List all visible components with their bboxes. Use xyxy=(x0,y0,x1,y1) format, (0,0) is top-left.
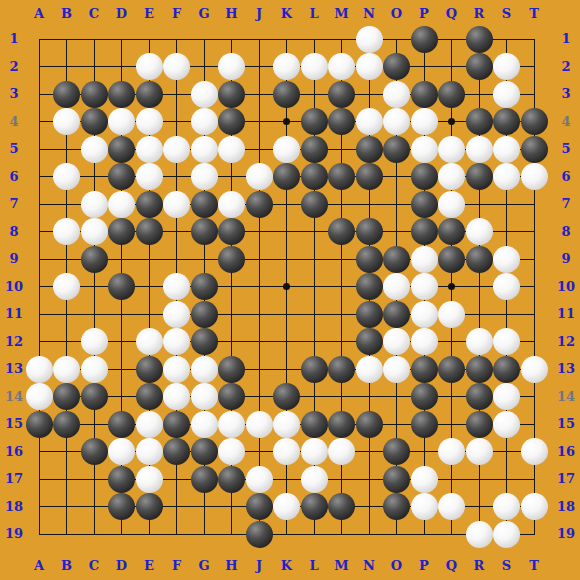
intersection-P16[interactable] xyxy=(410,438,438,466)
intersection-H14[interactable] xyxy=(218,383,246,411)
intersection-B15[interactable] xyxy=(53,410,81,438)
intersection-G11[interactable] xyxy=(190,300,218,328)
intersection-K17[interactable] xyxy=(273,465,301,493)
intersection-D13[interactable] xyxy=(108,355,136,383)
intersection-L7[interactable] xyxy=(300,190,328,218)
intersection-J13[interactable] xyxy=(245,355,273,383)
intersection-Q13[interactable] xyxy=(438,355,466,383)
intersection-C15[interactable] xyxy=(80,410,108,438)
intersection-O11[interactable] xyxy=(383,300,411,328)
intersection-L14[interactable] xyxy=(300,383,328,411)
intersection-R13[interactable] xyxy=(465,355,493,383)
intersection-J16[interactable] xyxy=(245,438,273,466)
intersection-B10[interactable] xyxy=(53,273,81,301)
intersection-H8[interactable] xyxy=(218,218,246,246)
intersection-G2[interactable] xyxy=(190,53,218,81)
intersection-T16[interactable] xyxy=(520,438,548,466)
intersection-K1[interactable] xyxy=(273,25,301,53)
intersection-D19[interactable] xyxy=(108,520,136,548)
intersection-C11[interactable] xyxy=(80,300,108,328)
intersection-C9[interactable] xyxy=(80,245,108,273)
intersection-Q14[interactable] xyxy=(438,383,466,411)
intersection-H7[interactable] xyxy=(218,190,246,218)
intersection-A9[interactable] xyxy=(25,245,53,273)
intersection-F18[interactable] xyxy=(163,493,191,521)
intersection-F9[interactable] xyxy=(163,245,191,273)
intersection-J11[interactable] xyxy=(245,300,273,328)
intersection-N14[interactable] xyxy=(355,383,383,411)
intersection-R3[interactable] xyxy=(465,80,493,108)
intersection-D4[interactable] xyxy=(108,108,136,136)
intersection-H10[interactable] xyxy=(218,273,246,301)
intersection-A18[interactable] xyxy=(25,493,53,521)
intersection-N11[interactable] xyxy=(355,300,383,328)
intersection-M18[interactable] xyxy=(328,493,356,521)
intersection-K4[interactable] xyxy=(273,108,301,136)
intersection-K18[interactable] xyxy=(273,493,301,521)
intersection-R2[interactable] xyxy=(465,53,493,81)
intersection-L17[interactable] xyxy=(300,465,328,493)
intersection-F17[interactable] xyxy=(163,465,191,493)
intersection-E7[interactable] xyxy=(135,190,163,218)
intersection-K13[interactable] xyxy=(273,355,301,383)
intersection-R19[interactable] xyxy=(465,520,493,548)
intersection-T13[interactable] xyxy=(520,355,548,383)
intersection-G14[interactable] xyxy=(190,383,218,411)
intersection-H12[interactable] xyxy=(218,328,246,356)
intersection-K14[interactable] xyxy=(273,383,301,411)
intersection-L12[interactable] xyxy=(300,328,328,356)
intersection-O17[interactable] xyxy=(383,465,411,493)
intersection-L4[interactable] xyxy=(300,108,328,136)
intersection-M16[interactable] xyxy=(328,438,356,466)
intersection-F4[interactable] xyxy=(163,108,191,136)
intersection-A11[interactable] xyxy=(25,300,53,328)
intersection-F3[interactable] xyxy=(163,80,191,108)
intersection-F19[interactable] xyxy=(163,520,191,548)
intersection-J3[interactable] xyxy=(245,80,273,108)
intersection-O10[interactable] xyxy=(383,273,411,301)
intersection-B4[interactable] xyxy=(53,108,81,136)
intersection-F14[interactable] xyxy=(163,383,191,411)
intersection-H9[interactable] xyxy=(218,245,246,273)
intersection-F7[interactable] xyxy=(163,190,191,218)
intersection-D3[interactable] xyxy=(108,80,136,108)
intersection-C10[interactable] xyxy=(80,273,108,301)
intersection-G19[interactable] xyxy=(190,520,218,548)
intersection-R18[interactable] xyxy=(465,493,493,521)
intersection-L6[interactable] xyxy=(300,163,328,191)
intersection-S18[interactable] xyxy=(493,493,521,521)
intersection-M12[interactable] xyxy=(328,328,356,356)
intersection-E15[interactable] xyxy=(135,410,163,438)
intersection-B2[interactable] xyxy=(53,53,81,81)
intersection-G1[interactable] xyxy=(190,25,218,53)
intersection-P4[interactable] xyxy=(410,108,438,136)
intersection-T10[interactable] xyxy=(520,273,548,301)
intersection-N9[interactable] xyxy=(355,245,383,273)
intersection-F15[interactable] xyxy=(163,410,191,438)
intersection-G6[interactable] xyxy=(190,163,218,191)
intersection-B19[interactable] xyxy=(53,520,81,548)
intersection-K5[interactable] xyxy=(273,135,301,163)
intersection-N12[interactable] xyxy=(355,328,383,356)
intersection-R5[interactable] xyxy=(465,135,493,163)
intersection-T14[interactable] xyxy=(520,383,548,411)
intersection-R10[interactable] xyxy=(465,273,493,301)
intersection-G7[interactable] xyxy=(190,190,218,218)
intersection-K11[interactable] xyxy=(273,300,301,328)
intersection-Q1[interactable] xyxy=(438,25,466,53)
intersection-M19[interactable] xyxy=(328,520,356,548)
intersection-K3[interactable] xyxy=(273,80,301,108)
intersection-J1[interactable] xyxy=(245,25,273,53)
intersection-C16[interactable] xyxy=(80,438,108,466)
intersection-R1[interactable] xyxy=(465,25,493,53)
intersection-H3[interactable] xyxy=(218,80,246,108)
intersection-L16[interactable] xyxy=(300,438,328,466)
intersection-O7[interactable] xyxy=(383,190,411,218)
intersection-T5[interactable] xyxy=(520,135,548,163)
intersection-D14[interactable] xyxy=(108,383,136,411)
intersection-M3[interactable] xyxy=(328,80,356,108)
intersection-B11[interactable] xyxy=(53,300,81,328)
intersection-G18[interactable] xyxy=(190,493,218,521)
intersection-R11[interactable] xyxy=(465,300,493,328)
intersection-S8[interactable] xyxy=(493,218,521,246)
intersection-C1[interactable] xyxy=(80,25,108,53)
intersection-J6[interactable] xyxy=(245,163,273,191)
intersection-D17[interactable] xyxy=(108,465,136,493)
intersection-R14[interactable] xyxy=(465,383,493,411)
intersection-Q10[interactable] xyxy=(438,273,466,301)
intersection-R8[interactable] xyxy=(465,218,493,246)
intersection-B1[interactable] xyxy=(53,25,81,53)
intersection-S3[interactable] xyxy=(493,80,521,108)
intersection-L11[interactable] xyxy=(300,300,328,328)
intersection-S9[interactable] xyxy=(493,245,521,273)
intersection-C8[interactable] xyxy=(80,218,108,246)
intersection-J7[interactable] xyxy=(245,190,273,218)
intersection-E19[interactable] xyxy=(135,520,163,548)
intersection-T18[interactable] xyxy=(520,493,548,521)
intersection-R4[interactable] xyxy=(465,108,493,136)
intersection-G12[interactable] xyxy=(190,328,218,356)
intersection-B12[interactable] xyxy=(53,328,81,356)
intersection-R17[interactable] xyxy=(465,465,493,493)
intersection-O18[interactable] xyxy=(383,493,411,521)
intersection-Q17[interactable] xyxy=(438,465,466,493)
intersection-L9[interactable] xyxy=(300,245,328,273)
intersection-J5[interactable] xyxy=(245,135,273,163)
intersection-G3[interactable] xyxy=(190,80,218,108)
intersection-H18[interactable] xyxy=(218,493,246,521)
intersection-H17[interactable] xyxy=(218,465,246,493)
intersection-J4[interactable] xyxy=(245,108,273,136)
intersection-T15[interactable] xyxy=(520,410,548,438)
intersection-N2[interactable] xyxy=(355,53,383,81)
intersection-F1[interactable] xyxy=(163,25,191,53)
intersection-T3[interactable] xyxy=(520,80,548,108)
intersection-O6[interactable] xyxy=(383,163,411,191)
intersection-S10[interactable] xyxy=(493,273,521,301)
intersection-S4[interactable] xyxy=(493,108,521,136)
intersection-E6[interactable] xyxy=(135,163,163,191)
intersection-C6[interactable] xyxy=(80,163,108,191)
intersection-L18[interactable] xyxy=(300,493,328,521)
intersection-H6[interactable] xyxy=(218,163,246,191)
intersection-C2[interactable] xyxy=(80,53,108,81)
intersection-E14[interactable] xyxy=(135,383,163,411)
intersection-C12[interactable] xyxy=(80,328,108,356)
intersection-K15[interactable] xyxy=(273,410,301,438)
intersection-E16[interactable] xyxy=(135,438,163,466)
intersection-S7[interactable] xyxy=(493,190,521,218)
intersection-O14[interactable] xyxy=(383,383,411,411)
intersection-C4[interactable] xyxy=(80,108,108,136)
intersection-O19[interactable] xyxy=(383,520,411,548)
intersection-K7[interactable] xyxy=(273,190,301,218)
intersection-P10[interactable] xyxy=(410,273,438,301)
intersection-S12[interactable] xyxy=(493,328,521,356)
intersection-E4[interactable] xyxy=(135,108,163,136)
intersection-N4[interactable] xyxy=(355,108,383,136)
intersection-J9[interactable] xyxy=(245,245,273,273)
intersection-R6[interactable] xyxy=(465,163,493,191)
intersection-R16[interactable] xyxy=(465,438,493,466)
intersection-H16[interactable] xyxy=(218,438,246,466)
intersection-B14[interactable] xyxy=(53,383,81,411)
intersection-P6[interactable] xyxy=(410,163,438,191)
intersection-D12[interactable] xyxy=(108,328,136,356)
intersection-D7[interactable] xyxy=(108,190,136,218)
intersection-N15[interactable] xyxy=(355,410,383,438)
intersection-N13[interactable] xyxy=(355,355,383,383)
intersection-S15[interactable] xyxy=(493,410,521,438)
intersection-A5[interactable] xyxy=(25,135,53,163)
intersection-A6[interactable] xyxy=(25,163,53,191)
intersection-S17[interactable] xyxy=(493,465,521,493)
intersection-K6[interactable] xyxy=(273,163,301,191)
intersection-O1[interactable] xyxy=(383,25,411,53)
intersection-C3[interactable] xyxy=(80,80,108,108)
intersection-B9[interactable] xyxy=(53,245,81,273)
intersection-L3[interactable] xyxy=(300,80,328,108)
intersection-P14[interactable] xyxy=(410,383,438,411)
intersection-E13[interactable] xyxy=(135,355,163,383)
intersection-C7[interactable] xyxy=(80,190,108,218)
intersection-L5[interactable] xyxy=(300,135,328,163)
intersection-Q19[interactable] xyxy=(438,520,466,548)
intersection-A3[interactable] xyxy=(25,80,53,108)
intersection-P17[interactable] xyxy=(410,465,438,493)
intersection-C17[interactable] xyxy=(80,465,108,493)
intersection-S14[interactable] xyxy=(493,383,521,411)
intersection-M9[interactable] xyxy=(328,245,356,273)
intersection-B17[interactable] xyxy=(53,465,81,493)
intersection-H15[interactable] xyxy=(218,410,246,438)
intersection-A8[interactable] xyxy=(25,218,53,246)
intersection-J15[interactable] xyxy=(245,410,273,438)
intersection-P1[interactable] xyxy=(410,25,438,53)
intersection-O16[interactable] xyxy=(383,438,411,466)
intersection-D2[interactable] xyxy=(108,53,136,81)
intersection-F6[interactable] xyxy=(163,163,191,191)
intersection-S6[interactable] xyxy=(493,163,521,191)
intersection-H13[interactable] xyxy=(218,355,246,383)
intersection-F5[interactable] xyxy=(163,135,191,163)
intersection-C19[interactable] xyxy=(80,520,108,548)
intersection-J2[interactable] xyxy=(245,53,273,81)
intersection-A16[interactable] xyxy=(25,438,53,466)
intersection-E8[interactable] xyxy=(135,218,163,246)
intersection-L8[interactable] xyxy=(300,218,328,246)
intersection-D9[interactable] xyxy=(108,245,136,273)
intersection-K16[interactable] xyxy=(273,438,301,466)
intersection-Q4[interactable] xyxy=(438,108,466,136)
intersection-H4[interactable] xyxy=(218,108,246,136)
intersection-P7[interactable] xyxy=(410,190,438,218)
intersection-H1[interactable] xyxy=(218,25,246,53)
intersection-L13[interactable] xyxy=(300,355,328,383)
intersection-J19[interactable] xyxy=(245,520,273,548)
intersection-F13[interactable] xyxy=(163,355,191,383)
intersection-O9[interactable] xyxy=(383,245,411,273)
intersection-Q9[interactable] xyxy=(438,245,466,273)
intersection-O4[interactable] xyxy=(383,108,411,136)
intersection-T2[interactable] xyxy=(520,53,548,81)
intersection-F11[interactable] xyxy=(163,300,191,328)
intersection-O5[interactable] xyxy=(383,135,411,163)
intersection-G9[interactable] xyxy=(190,245,218,273)
intersection-Q12[interactable] xyxy=(438,328,466,356)
intersection-H2[interactable] xyxy=(218,53,246,81)
intersection-T4[interactable] xyxy=(520,108,548,136)
intersection-E12[interactable] xyxy=(135,328,163,356)
intersection-A17[interactable] xyxy=(25,465,53,493)
intersection-D18[interactable] xyxy=(108,493,136,521)
intersection-D1[interactable] xyxy=(108,25,136,53)
intersection-G13[interactable] xyxy=(190,355,218,383)
intersection-R7[interactable] xyxy=(465,190,493,218)
intersection-F16[interactable] xyxy=(163,438,191,466)
intersection-L10[interactable] xyxy=(300,273,328,301)
intersection-A13[interactable] xyxy=(25,355,53,383)
intersection-M14[interactable] xyxy=(328,383,356,411)
intersection-K10[interactable] xyxy=(273,273,301,301)
intersection-T12[interactable] xyxy=(520,328,548,356)
intersection-M13[interactable] xyxy=(328,355,356,383)
intersection-Q8[interactable] xyxy=(438,218,466,246)
intersection-C5[interactable] xyxy=(80,135,108,163)
intersection-K19[interactable] xyxy=(273,520,301,548)
intersection-G8[interactable] xyxy=(190,218,218,246)
intersection-D15[interactable] xyxy=(108,410,136,438)
intersection-S16[interactable] xyxy=(493,438,521,466)
intersection-J14[interactable] xyxy=(245,383,273,411)
intersection-K8[interactable] xyxy=(273,218,301,246)
intersection-O15[interactable] xyxy=(383,410,411,438)
intersection-E10[interactable] xyxy=(135,273,163,301)
intersection-S2[interactable] xyxy=(493,53,521,81)
intersection-P13[interactable] xyxy=(410,355,438,383)
intersection-N5[interactable] xyxy=(355,135,383,163)
intersection-D6[interactable] xyxy=(108,163,136,191)
intersection-L15[interactable] xyxy=(300,410,328,438)
intersection-G17[interactable] xyxy=(190,465,218,493)
intersection-G5[interactable] xyxy=(190,135,218,163)
intersection-D16[interactable] xyxy=(108,438,136,466)
intersection-N18[interactable] xyxy=(355,493,383,521)
intersection-E9[interactable] xyxy=(135,245,163,273)
intersection-B8[interactable] xyxy=(53,218,81,246)
intersection-B3[interactable] xyxy=(53,80,81,108)
intersection-A19[interactable] xyxy=(25,520,53,548)
intersection-O2[interactable] xyxy=(383,53,411,81)
intersection-S11[interactable] xyxy=(493,300,521,328)
intersection-H5[interactable] xyxy=(218,135,246,163)
intersection-P12[interactable] xyxy=(410,328,438,356)
intersection-L2[interactable] xyxy=(300,53,328,81)
intersection-N7[interactable] xyxy=(355,190,383,218)
intersection-Q11[interactable] xyxy=(438,300,466,328)
intersection-N8[interactable] xyxy=(355,218,383,246)
intersection-O8[interactable] xyxy=(383,218,411,246)
intersection-B5[interactable] xyxy=(53,135,81,163)
intersection-P18[interactable] xyxy=(410,493,438,521)
intersection-T8[interactable] xyxy=(520,218,548,246)
intersection-H11[interactable] xyxy=(218,300,246,328)
intersection-E2[interactable] xyxy=(135,53,163,81)
intersection-M2[interactable] xyxy=(328,53,356,81)
intersection-T1[interactable] xyxy=(520,25,548,53)
intersection-D5[interactable] xyxy=(108,135,136,163)
intersection-E3[interactable] xyxy=(135,80,163,108)
intersection-N3[interactable] xyxy=(355,80,383,108)
intersection-Q16[interactable] xyxy=(438,438,466,466)
intersection-M5[interactable] xyxy=(328,135,356,163)
intersection-A1[interactable] xyxy=(25,25,53,53)
intersection-J18[interactable] xyxy=(245,493,273,521)
intersection-G4[interactable] xyxy=(190,108,218,136)
intersection-M10[interactable] xyxy=(328,273,356,301)
intersection-S19[interactable] xyxy=(493,520,521,548)
intersection-A12[interactable] xyxy=(25,328,53,356)
intersection-P11[interactable] xyxy=(410,300,438,328)
intersection-B7[interactable] xyxy=(53,190,81,218)
intersection-E1[interactable] xyxy=(135,25,163,53)
intersection-K12[interactable] xyxy=(273,328,301,356)
intersection-N6[interactable] xyxy=(355,163,383,191)
intersection-P8[interactable] xyxy=(410,218,438,246)
intersection-C18[interactable] xyxy=(80,493,108,521)
intersection-K9[interactable] xyxy=(273,245,301,273)
intersection-D10[interactable] xyxy=(108,273,136,301)
intersection-M7[interactable] xyxy=(328,190,356,218)
intersection-T17[interactable] xyxy=(520,465,548,493)
intersection-B13[interactable] xyxy=(53,355,81,383)
intersection-N17[interactable] xyxy=(355,465,383,493)
intersection-P3[interactable] xyxy=(410,80,438,108)
intersection-A14[interactable] xyxy=(25,383,53,411)
intersection-Q7[interactable] xyxy=(438,190,466,218)
intersection-M11[interactable] xyxy=(328,300,356,328)
intersection-S1[interactable] xyxy=(493,25,521,53)
intersection-D8[interactable] xyxy=(108,218,136,246)
intersection-G16[interactable] xyxy=(190,438,218,466)
intersection-N16[interactable] xyxy=(355,438,383,466)
intersection-N10[interactable] xyxy=(355,273,383,301)
